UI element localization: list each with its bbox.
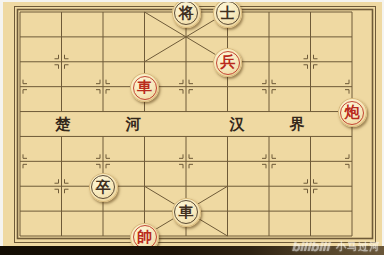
- watermark-text: 小马过河: [336, 240, 380, 254]
- piece-glyph: 卒: [96, 180, 111, 195]
- xiangqi-game-screen: 楚河汉界 将士兵車炮卒車帥 bilibili 小马过河: [0, 0, 384, 255]
- letterbox-top: [0, 0, 384, 2]
- piece-glyph: 車: [137, 80, 152, 95]
- river-label: 界: [290, 117, 305, 132]
- piece-black-soldier[interactable]: 卒: [89, 173, 118, 202]
- piece-red-cannon[interactable]: 炮: [338, 98, 367, 127]
- bilibili-logo: bilibili: [291, 240, 329, 254]
- river-label: 汉: [230, 117, 245, 132]
- letterbox-left: [0, 0, 3, 246]
- piece-black-chariot[interactable]: 車: [172, 198, 201, 227]
- piece-glyph: 将: [179, 6, 194, 21]
- piece-glyph: 帥: [137, 230, 152, 245]
- piece-black-general[interactable]: 将: [172, 0, 201, 28]
- river-label: 楚: [56, 117, 71, 132]
- piece-black-advisor[interactable]: 士: [213, 0, 242, 28]
- piece-glyph: 士: [220, 6, 235, 21]
- piece-glyph: 車: [179, 205, 194, 220]
- piece-glyph: 炮: [345, 105, 360, 120]
- piece-glyph: 兵: [220, 55, 235, 70]
- piece-red-chariot[interactable]: 車: [130, 73, 159, 102]
- watermark: bilibili 小马过河: [291, 239, 380, 255]
- river-label: 河: [126, 117, 141, 132]
